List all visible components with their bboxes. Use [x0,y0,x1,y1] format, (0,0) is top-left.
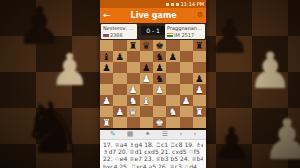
black-rook: ♜ [193,40,206,51]
move-line-4[interactable]: bxc4 25. ♖xc4 a5 26. ♕c3 ♘d4 [103,163,203,168]
square-g4[interactable] [180,84,193,95]
prev-move-icon[interactable]: ‹ [179,131,182,138]
square-h2[interactable]: ♜ [193,106,206,117]
white-king: ♚ [153,117,166,128]
square-h1[interactable] [193,117,206,128]
battery-icon [176,3,179,6]
black-player-card[interactable]: Praggnanand... IM 2517 [165,24,205,39]
square-e5[interactable]: ♞ [153,73,166,84]
wifi-icon [171,3,174,6]
india-flag-icon [167,33,173,37]
back-arrow-icon[interactable]: ← [103,11,111,20]
menu-list-icon[interactable]: ☰ [162,131,168,138]
white-bishop: ♝ [140,95,153,106]
square-d4[interactable] [140,84,153,95]
black-pawn: ♟ [100,62,113,73]
square-h3[interactable] [193,95,206,106]
square-c6[interactable] [127,62,140,73]
black-knight: ♞ [153,73,166,84]
square-f2[interactable]: ♞ [166,106,179,117]
black-player-rating: IM 2517 [174,32,194,39]
square-d8[interactable]: ♛ [140,40,153,51]
black-king: ♚ [153,40,166,51]
white-pawn: ♟ [153,84,166,95]
square-e8[interactable]: ♚ [153,40,166,51]
square-a7[interactable]: ♝ [100,51,113,62]
white-pawn: ♟ [113,106,126,117]
black-pawn: ♟ [113,51,126,62]
square-a6[interactable]: ♟ [100,62,113,73]
move-line-2[interactable]: ♗d7 20. ♕d1 cxd5 21. cxd5 ♘f5 [103,148,203,155]
square-e6[interactable]: ♟ [153,62,166,73]
square-h5[interactable]: ♟ [193,73,206,84]
board-icon[interactable]: ▦ [127,131,134,138]
square-g6[interactable] [180,62,193,73]
black-knight: ♞ [153,51,166,62]
square-g8[interactable] [180,40,193,51]
square-e1[interactable]: ♚ [153,117,166,128]
square-e3[interactable] [153,95,166,106]
square-d3[interactable]: ♝ [140,95,153,106]
square-f3[interactable] [166,95,179,106]
white-pawn: ♟ [127,84,140,95]
russia-flag-icon [103,33,109,37]
white-knight: ♞ [127,95,140,106]
square-b3[interactable] [113,95,126,106]
white-pawn: ♟ [100,95,113,106]
square-a2[interactable] [100,106,113,117]
move-line-3[interactable]: 22. ♘e4 ♕e7 23. ♕b3 b5 24. ♕b4 [103,155,203,162]
next-move-icon[interactable]: › [194,131,197,138]
edit-pencil-icon[interactable]: ✎ [110,131,116,138]
score-badge: 0 - 1 [141,26,165,35]
square-f6[interactable] [166,62,179,73]
white-pawn: ♟ [140,73,153,84]
square-a8[interactable] [100,40,113,51]
status-bar-time: 11:14 PM [181,1,204,7]
app-bar: ← Live game ⚙ [100,8,206,23]
square-f5[interactable] [166,73,179,84]
chess-board[interactable]: ♜♛♚♜♝♟♞♟♟♟♟♟♞♟♟♟♟♟♞♝♟♟♛♞♜♜♚ [100,40,206,128]
square-c1[interactable] [127,117,140,128]
square-h7[interactable] [193,51,206,62]
black-queen: ♛ [140,40,153,51]
square-d5[interactable]: ♟ [140,73,153,84]
black-bishop: ♝ [100,51,113,62]
move-list[interactable]: 17. ♕a4 ♗g4 18. ♖c1 ♖c8 19. ♗e2♗d7 20. ♕… [100,140,206,168]
square-c3[interactable]: ♞ [127,95,140,106]
square-g7[interactable] [180,51,193,62]
square-d1[interactable] [140,117,153,128]
black-pawn: ♟ [140,62,153,73]
black-pawn: ♟ [166,51,179,62]
square-e7[interactable]: ♞ [153,51,166,62]
move-toolbar: ✎▦✦☰‹› [100,130,206,140]
square-c4[interactable]: ♟ [127,84,140,95]
white-player-card[interactable]: Nesterov, An... 2386 [101,24,137,39]
square-c5[interactable] [127,73,140,84]
square-b1[interactable] [113,117,126,128]
square-f7[interactable]: ♟ [166,51,179,62]
signal-icon [166,3,169,6]
square-b8[interactable] [113,40,126,51]
square-e4[interactable]: ♟ [153,84,166,95]
android-status-bar: 11:14 PM [100,0,206,8]
square-d2[interactable] [140,106,153,117]
white-rook: ♜ [100,117,113,128]
analysis-icon[interactable]: ✦ [145,131,151,138]
square-h8[interactable]: ♜ [193,40,206,51]
square-c8[interactable]: ♜ [127,40,140,51]
square-f4[interactable] [166,84,179,95]
phone-screenshot: 11:14 PM ← Live game ⚙ Nesterov, An... 2… [100,0,206,168]
black-pawn: ♟ [153,62,166,73]
square-f8[interactable] [166,40,179,51]
black-pawn: ♟ [193,73,206,84]
square-g2[interactable] [180,106,193,117]
square-b2[interactable]: ♟ [113,106,126,117]
square-a3[interactable]: ♟ [100,95,113,106]
white-rook: ♜ [193,106,206,117]
square-g3[interactable]: ♟ [180,95,193,106]
square-b7[interactable]: ♟ [113,51,126,62]
settings-gear-icon[interactable]: ⚙ [197,12,203,19]
white-pawn: ♟ [193,84,206,95]
players-strip: Nesterov, An... 2386 0 - 1 Praggnanand..… [100,23,206,40]
square-e2[interactable] [153,106,166,117]
white-knight: ♞ [166,106,179,117]
square-c2[interactable]: ♛ [127,106,140,117]
move-line-1[interactable]: 17. ♕a4 ♗g4 18. ♖c1 ♖c8 19. ♗e2 [103,141,203,148]
black-rook: ♜ [127,40,140,51]
square-f1[interactable] [166,117,179,128]
square-a1[interactable]: ♜ [100,117,113,128]
square-h6[interactable] [193,62,206,73]
square-h4[interactable]: ♟ [193,84,206,95]
square-a4[interactable] [100,84,113,95]
square-b4[interactable] [113,84,126,95]
thumbnail-stage: ♟♟♞♟♟♟♟ 11:14 PM ← Live game ⚙ Nesterov,… [0,0,300,168]
square-c7[interactable] [127,51,140,62]
square-b6[interactable] [113,62,126,73]
page-title: Live game [111,11,197,20]
square-a5[interactable] [100,73,113,84]
square-g5[interactable] [180,73,193,84]
square-d6[interactable]: ♟ [140,62,153,73]
white-queen: ♛ [127,106,140,117]
white-pawn: ♟ [180,95,193,106]
square-g1[interactable] [180,117,193,128]
square-d7[interactable] [140,51,153,62]
white-player-rating: 2386 [110,32,123,39]
square-b5[interactable] [113,73,126,84]
